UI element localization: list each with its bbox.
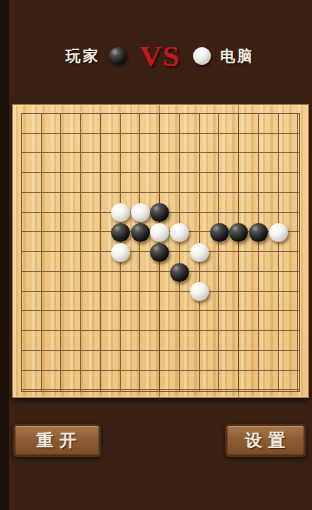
player-label: 玩家 <box>66 47 100 66</box>
stone-white <box>131 203 150 222</box>
stone-white <box>170 223 189 242</box>
computer-label: 电脑 <box>220 47 254 66</box>
computer-stone-icon <box>193 47 211 65</box>
settings-button[interactable]: 设置 <box>225 424 306 457</box>
stone-black <box>150 203 169 222</box>
stone-white <box>150 223 169 242</box>
stone-white <box>111 203 130 222</box>
restart-button[interactable]: 重开 <box>13 424 101 457</box>
stone-black <box>150 243 169 262</box>
stone-black <box>111 223 130 242</box>
stone-black <box>229 223 248 242</box>
stone-black <box>210 223 229 242</box>
game-board[interactable] <box>12 104 309 398</box>
stone-black <box>170 263 189 282</box>
stone-black <box>249 223 268 242</box>
player-stone-icon <box>109 47 127 65</box>
vs-label: VS <box>140 39 180 73</box>
stone-white <box>269 223 288 242</box>
stone-white <box>190 282 209 301</box>
stones-layer <box>21 113 300 392</box>
stone-white <box>190 243 209 262</box>
stone-white <box>111 243 130 262</box>
match-header: 玩家 VS 电脑 <box>9 38 312 74</box>
gomoku-app: 玩家 VS 电脑 重开 设置 <box>9 0 312 510</box>
stone-black <box>131 223 150 242</box>
